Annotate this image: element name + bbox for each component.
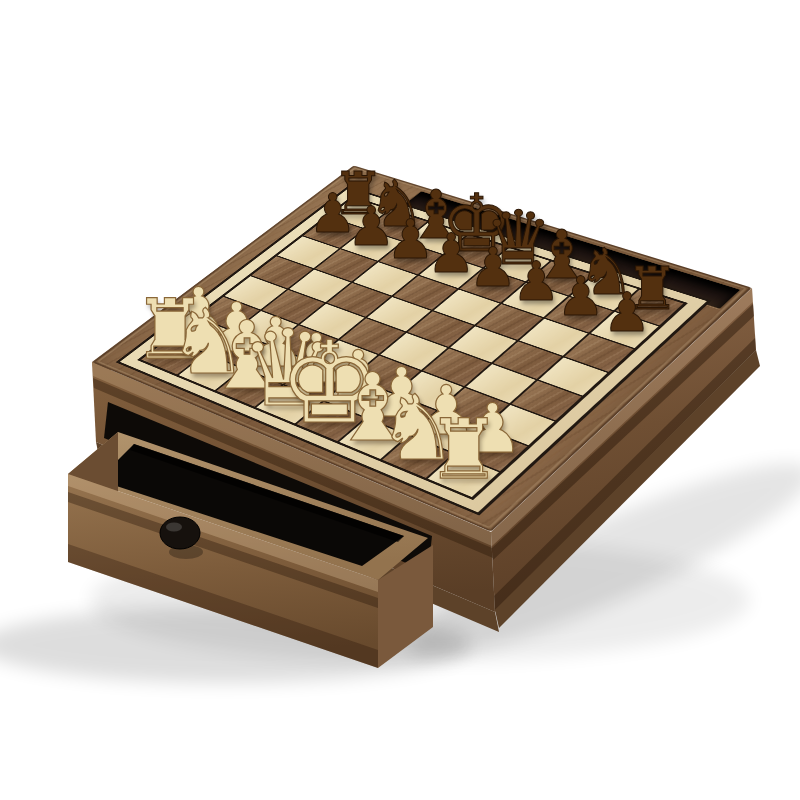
piece-black-pawn-g7[interactable]: ♟ [557, 271, 605, 325]
drawer-knob[interactable] [160, 517, 200, 549]
piece-white-rook-h1[interactable]: ♜ [427, 408, 501, 491]
piece-black-pawn-h7[interactable]: ♟ [603, 286, 651, 340]
chess-set-photo: ♜♞♝♚♛♝♞♜♟♟♟♟♟♟♟♟♟♟♟♟♟♟♟♟♜♞♝♛♚♝♞♜ chess [0, 0, 800, 800]
piece-black-pawn-f7[interactable]: ♟ [512, 256, 560, 310]
piece-black-pawn-e7[interactable]: ♟ [469, 241, 517, 295]
